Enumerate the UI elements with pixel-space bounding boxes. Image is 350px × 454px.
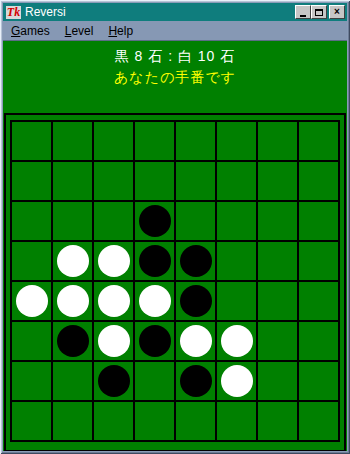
- board-cell[interactable]: [258, 162, 297, 200]
- board-cell[interactable]: [217, 322, 256, 360]
- board-cell[interactable]: [94, 362, 133, 400]
- board-cell[interactable]: [12, 362, 51, 400]
- turn-text: あなたの手番です: [3, 67, 347, 88]
- board-cell[interactable]: [135, 322, 174, 360]
- minimize-icon: [300, 15, 306, 17]
- window-title: Reversi: [25, 3, 295, 21]
- board-cell[interactable]: [299, 362, 338, 400]
- board-cell[interactable]: [217, 202, 256, 240]
- maximize-button[interactable]: [311, 5, 327, 19]
- menubar: GamesLevelHelp: [3, 21, 347, 41]
- board-cell[interactable]: [94, 322, 133, 360]
- menu-item-games[interactable]: Games: [11, 24, 50, 38]
- board-cell[interactable]: [94, 242, 133, 280]
- disc-white: [16, 285, 48, 317]
- board-cell[interactable]: [53, 122, 92, 160]
- disc-white: [139, 285, 171, 317]
- board-cell[interactable]: [135, 202, 174, 240]
- board-cell[interactable]: [53, 282, 92, 320]
- disc-white: [98, 285, 130, 317]
- board-cell[interactable]: [135, 402, 174, 440]
- titlebar[interactable]: Tk Reversi ×: [3, 3, 347, 21]
- board-cell[interactable]: [176, 202, 215, 240]
- board-cell[interactable]: [94, 402, 133, 440]
- board-cell[interactable]: [176, 322, 215, 360]
- board-cell[interactable]: [94, 282, 133, 320]
- board-cell[interactable]: [12, 242, 51, 280]
- board-cell[interactable]: [299, 322, 338, 360]
- board-cell[interactable]: [299, 122, 338, 160]
- minimize-button[interactable]: [295, 5, 311, 19]
- board-cell[interactable]: [135, 162, 174, 200]
- score-text: 黒 8 石 : 白 10 石: [3, 46, 347, 67]
- board-cell[interactable]: [176, 122, 215, 160]
- disc-white: [221, 325, 253, 357]
- board-cell[interactable]: [258, 202, 297, 240]
- app-window: Tk Reversi × GamesLevelHelp 黒 8 石 : 白 10…: [0, 0, 350, 454]
- board-cell[interactable]: [299, 202, 338, 240]
- board-cell[interactable]: [53, 402, 92, 440]
- board-cell[interactable]: [53, 162, 92, 200]
- menu-item-level[interactable]: Level: [65, 24, 94, 38]
- disc-white: [180, 325, 212, 357]
- board-cell[interactable]: [53, 322, 92, 360]
- disc-black: [180, 365, 212, 397]
- board-cell[interactable]: [176, 242, 215, 280]
- disc-white: [98, 325, 130, 357]
- board-cell[interactable]: [217, 282, 256, 320]
- board-cell[interactable]: [135, 362, 174, 400]
- disc-white: [57, 285, 89, 317]
- tk-app-icon[interactable]: Tk: [6, 6, 21, 19]
- board-cell[interactable]: [135, 282, 174, 320]
- disc-black: [139, 245, 171, 277]
- board-canvas: [4, 113, 346, 451]
- board-cell[interactable]: [12, 162, 51, 200]
- board-cell[interactable]: [217, 402, 256, 440]
- disc-black: [139, 205, 171, 237]
- board-cell[interactable]: [12, 322, 51, 360]
- board-cell[interactable]: [176, 282, 215, 320]
- disc-white: [98, 245, 130, 277]
- disc-black: [57, 325, 89, 357]
- board-cell[interactable]: [53, 362, 92, 400]
- board-cell[interactable]: [135, 242, 174, 280]
- board-cell[interactable]: [258, 242, 297, 280]
- board-cell[interactable]: [258, 362, 297, 400]
- board-cell[interactable]: [217, 242, 256, 280]
- board-cell[interactable]: [12, 122, 51, 160]
- board-cell[interactable]: [258, 282, 297, 320]
- board-cell[interactable]: [299, 402, 338, 440]
- window-controls: ×: [295, 5, 345, 19]
- board-cell[interactable]: [176, 402, 215, 440]
- close-button[interactable]: ×: [329, 5, 345, 19]
- board-cell[interactable]: [217, 122, 256, 160]
- menu-item-help[interactable]: Help: [108, 24, 133, 38]
- board-cell[interactable]: [53, 242, 92, 280]
- board-cell[interactable]: [12, 202, 51, 240]
- board-cell[interactable]: [258, 402, 297, 440]
- board-cell[interactable]: [217, 162, 256, 200]
- board-cell[interactable]: [176, 162, 215, 200]
- board-cell[interactable]: [94, 122, 133, 160]
- board-cell[interactable]: [176, 362, 215, 400]
- board-cell[interactable]: [53, 202, 92, 240]
- disc-black: [180, 245, 212, 277]
- board-cell[interactable]: [12, 402, 51, 440]
- board-grid: [10, 120, 340, 442]
- board-cell[interactable]: [94, 202, 133, 240]
- board-cell[interactable]: [258, 322, 297, 360]
- board-cell[interactable]: [299, 242, 338, 280]
- disc-white: [57, 245, 89, 277]
- disc-black: [98, 365, 130, 397]
- disc-white: [221, 365, 253, 397]
- status-area: 黒 8 石 : 白 10 石 あなたの手番です: [3, 41, 347, 113]
- board-cell[interactable]: [12, 282, 51, 320]
- board-cell[interactable]: [258, 122, 297, 160]
- board-cell[interactable]: [299, 282, 338, 320]
- disc-black: [139, 325, 171, 357]
- board-cell[interactable]: [299, 162, 338, 200]
- window-content: Tk Reversi × GamesLevelHelp 黒 8 石 : 白 10…: [3, 3, 347, 451]
- board-cell[interactable]: [94, 162, 133, 200]
- board-cell[interactable]: [135, 122, 174, 160]
- maximize-icon: [315, 9, 323, 16]
- board-cell[interactable]: [217, 362, 256, 400]
- disc-black: [180, 285, 212, 317]
